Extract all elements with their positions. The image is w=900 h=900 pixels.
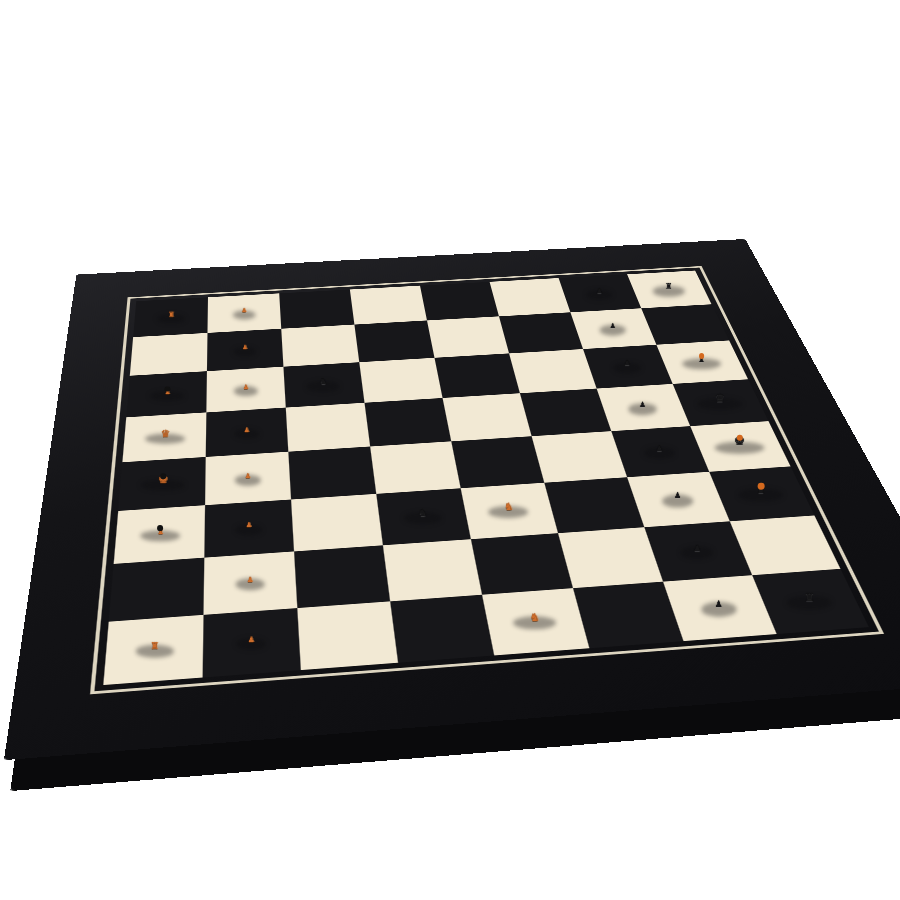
square-b6	[499, 312, 583, 353]
square-c4	[359, 358, 442, 403]
square-b1	[130, 333, 208, 376]
square-b4	[354, 320, 434, 362]
square-g3	[294, 545, 390, 608]
square-d6	[520, 389, 611, 437]
square-a6	[490, 278, 571, 316]
square-f3	[291, 494, 383, 552]
square-e6	[532, 431, 628, 483]
chess-board	[100, 88, 810, 798]
square-c6	[509, 349, 597, 393]
square-b5	[427, 316, 509, 357]
square-c5	[434, 353, 519, 398]
square-g4	[383, 539, 482, 601]
square-d4	[365, 398, 452, 447]
board-top	[4, 239, 900, 760]
square-g5	[471, 533, 573, 595]
square-d5	[443, 393, 532, 441]
board-grid	[103, 271, 869, 685]
square-h3	[297, 601, 398, 670]
square-d3	[286, 403, 370, 452]
square-a3	[279, 289, 354, 328]
square-a5	[420, 282, 499, 321]
square-a4	[350, 286, 427, 325]
square-e3	[288, 446, 376, 499]
square-e4	[370, 441, 461, 494]
square-h4	[390, 595, 494, 663]
square-g1	[109, 558, 205, 622]
square-b3	[281, 325, 359, 367]
square-e5	[451, 436, 544, 488]
product-photo-scene: ♜♝♛♚♝♜♟♟♟♟♟♟♟♟♞♞♞♞♟♟♟♟♟♟♟♟♜♝♛♚♝♜	[0, 0, 900, 900]
